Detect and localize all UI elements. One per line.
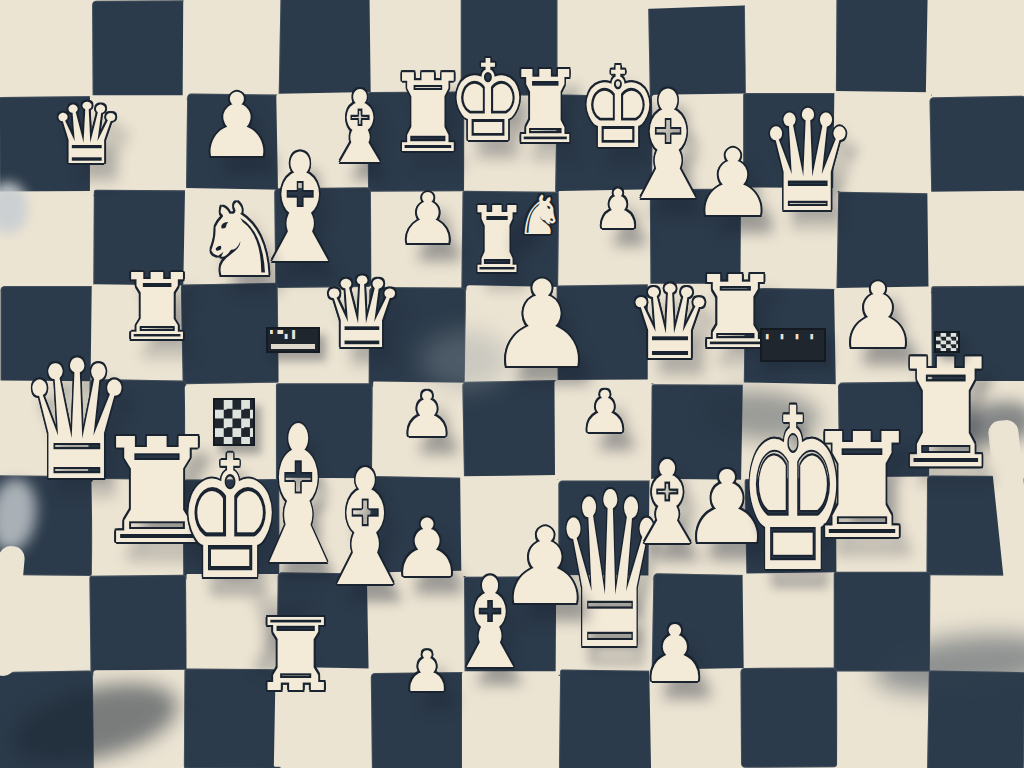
board-square bbox=[555, 94, 654, 196]
board-square bbox=[93, 190, 190, 290]
board-square bbox=[372, 381, 470, 482]
board-square bbox=[0, 0, 93, 96]
board-square bbox=[648, 479, 746, 580]
board-square bbox=[371, 672, 469, 768]
chessboard bbox=[0, 0, 1024, 768]
board-square bbox=[836, 0, 933, 97]
board-square bbox=[930, 576, 1024, 677]
board-square bbox=[741, 382, 840, 484]
board-square bbox=[274, 667, 373, 768]
board-square bbox=[0, 191, 94, 291]
board-square bbox=[0, 576, 97, 678]
board-square bbox=[187, 574, 284, 674]
board-square bbox=[649, 668, 748, 768]
board-square bbox=[279, 478, 376, 578]
board-square bbox=[462, 671, 559, 768]
board-square bbox=[554, 379, 651, 479]
board-square bbox=[464, 576, 561, 676]
board-square bbox=[274, 187, 372, 288]
board-square bbox=[742, 572, 840, 673]
board-square bbox=[461, 0, 558, 96]
board-square bbox=[276, 92, 375, 194]
board-square bbox=[92, 480, 191, 582]
board-square bbox=[92, 0, 189, 100]
board-square bbox=[0, 475, 93, 576]
board-square bbox=[184, 669, 281, 768]
board-square bbox=[931, 286, 1024, 386]
board-square bbox=[834, 286, 933, 388]
board-square bbox=[649, 189, 746, 289]
board-square bbox=[89, 575, 187, 676]
board-square bbox=[370, 476, 469, 578]
board-square bbox=[368, 91, 465, 191]
board-square bbox=[185, 384, 283, 485]
board-square bbox=[0, 381, 95, 481]
board-square bbox=[558, 480, 655, 580]
board-square bbox=[929, 96, 1024, 198]
board-square bbox=[557, 0, 655, 101]
board-square bbox=[651, 573, 750, 675]
board-square bbox=[279, 0, 378, 99]
board-square bbox=[1, 286, 98, 386]
board-square bbox=[276, 383, 373, 483]
board-square bbox=[927, 191, 1024, 292]
board-square bbox=[745, 0, 842, 98]
board-square bbox=[369, 287, 466, 387]
board-square bbox=[463, 380, 562, 482]
board-square bbox=[555, 575, 652, 675]
board-square bbox=[186, 93, 284, 194]
board-square bbox=[651, 384, 748, 484]
board-square bbox=[926, 475, 1023, 575]
board-square bbox=[652, 93, 750, 194]
board-square bbox=[558, 189, 657, 291]
board-square bbox=[743, 288, 841, 389]
board-square bbox=[834, 572, 931, 672]
board-square bbox=[183, 188, 282, 290]
board-square bbox=[558, 669, 656, 768]
board-square bbox=[0, 670, 95, 768]
board-square bbox=[367, 571, 466, 673]
board-square bbox=[372, 192, 469, 292]
board-square bbox=[838, 381, 936, 482]
board-square bbox=[837, 672, 934, 768]
chess-illustration-scene: ♛♟♝♝♜♚♜♚♝♟♛♞♟♜♞♟♟♜♛♛♜♟♜♛♜♚♝♟♝♟♟♛♝♟♚♜♝♟♜♟… bbox=[0, 0, 1024, 768]
board-square bbox=[90, 95, 187, 195]
board-square bbox=[927, 670, 1024, 768]
board-square bbox=[183, 0, 280, 99]
board-square bbox=[464, 96, 561, 196]
board-square bbox=[91, 284, 189, 385]
board-square bbox=[744, 477, 843, 579]
board-square bbox=[88, 379, 187, 481]
board-square bbox=[648, 0, 747, 100]
board-square bbox=[93, 670, 190, 768]
board-square bbox=[461, 475, 559, 576]
board-square bbox=[278, 288, 375, 388]
board-square bbox=[183, 479, 280, 579]
board-square bbox=[465, 285, 564, 387]
board-square bbox=[370, 0, 468, 97]
board-square bbox=[926, 0, 1024, 96]
board-square bbox=[181, 283, 280, 385]
board-square bbox=[462, 191, 560, 292]
board-square bbox=[743, 93, 840, 193]
board-square bbox=[836, 477, 933, 577]
board-square bbox=[647, 284, 744, 384]
board-square bbox=[740, 187, 837, 287]
board-square bbox=[0, 96, 97, 197]
board-square bbox=[556, 284, 654, 385]
board-square bbox=[836, 192, 935, 294]
board-square bbox=[740, 667, 837, 767]
board-square bbox=[277, 572, 375, 673]
board-square bbox=[929, 381, 1024, 481]
board-square bbox=[833, 91, 931, 192]
